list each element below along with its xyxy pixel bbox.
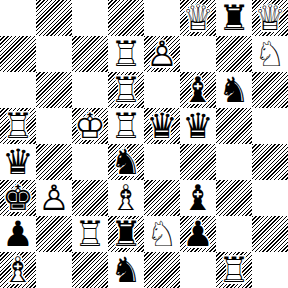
square-b1[interactable] (36, 252, 72, 288)
square-b3[interactable]: ♟♙ (36, 180, 72, 216)
black-queen-icon: ♛ (144, 108, 180, 144)
white-pawn-icon: ♙ (144, 36, 180, 72)
square-f3[interactable]: ♝♝ (180, 180, 216, 216)
square-e6[interactable] (144, 72, 180, 108)
square-f5[interactable]: ♛♛ (180, 108, 216, 144)
white-queen-icon: ♕ (252, 0, 288, 36)
white-rook-icon: ♖ (108, 36, 144, 72)
piece-black-knight: ♞♞ (108, 144, 144, 180)
square-c1[interactable] (72, 252, 108, 288)
square-g3[interactable] (216, 180, 252, 216)
piece-white-rook: ♜♖ (216, 252, 252, 288)
piece-black-bishop: ♝♝ (180, 180, 216, 216)
square-f6[interactable]: ♝♝ (180, 72, 216, 108)
piece-white-rook: ♜♖ (108, 36, 144, 72)
square-a3[interactable]: ♚♚ (0, 180, 36, 216)
square-h7[interactable]: ♞♘ (252, 36, 288, 72)
square-b4[interactable] (36, 144, 72, 180)
square-d7[interactable]: ♜♖ (108, 36, 144, 72)
piece-black-bishop: ♝♝ (180, 72, 216, 108)
white-pawn-icon: ♙ (36, 180, 72, 216)
piece-black-queen: ♛♛ (144, 108, 180, 144)
piece-black-queen: ♛♛ (0, 144, 36, 180)
black-bishop-icon: ♝ (180, 72, 216, 108)
square-g2[interactable] (216, 216, 252, 252)
square-a4[interactable]: ♛♛ (0, 144, 36, 180)
square-h3[interactable] (252, 180, 288, 216)
square-d1[interactable]: ♞♞ (108, 252, 144, 288)
square-c8[interactable] (72, 0, 108, 36)
square-b2[interactable] (36, 216, 72, 252)
square-c3[interactable] (72, 180, 108, 216)
piece-black-pawn: ♟♟ (0, 216, 36, 252)
square-c2[interactable]: ♜♖ (72, 216, 108, 252)
black-bishop-icon: ♝ (180, 180, 216, 216)
piece-black-king: ♚♚ (0, 180, 36, 216)
white-rook-icon: ♖ (72, 216, 108, 252)
white-queen-icon: ♕ (180, 0, 216, 36)
square-a8[interactable] (0, 0, 36, 36)
square-b5[interactable] (36, 108, 72, 144)
black-rook-icon: ♜ (216, 0, 252, 36)
square-f1[interactable] (180, 252, 216, 288)
square-g5[interactable] (216, 108, 252, 144)
square-h2[interactable] (252, 216, 288, 252)
square-d8[interactable] (108, 0, 144, 36)
square-c4[interactable] (72, 144, 108, 180)
piece-white-rook: ♜♖ (108, 72, 144, 108)
piece-black-rook: ♜♜ (108, 216, 144, 252)
square-e5[interactable]: ♛♛ (144, 108, 180, 144)
chess-board: ♛♕♜♜♛♕♜♖♟♙♞♘♜♖♝♝♞♞♜♖♚♔♜♖♛♛♛♛♛♛♞♞♚♚♟♙♝♗♝♝… (0, 0, 288, 288)
piece-white-pawn: ♟♙ (144, 36, 180, 72)
black-king-icon: ♚ (0, 180, 36, 216)
square-h8[interactable]: ♛♕ (252, 0, 288, 36)
square-d5[interactable]: ♜♖ (108, 108, 144, 144)
piece-black-queen: ♛♛ (180, 108, 216, 144)
piece-white-queen: ♛♕ (180, 0, 216, 36)
piece-black-knight: ♞♞ (216, 72, 252, 108)
square-g6[interactable]: ♞♞ (216, 72, 252, 108)
square-e7[interactable]: ♟♙ (144, 36, 180, 72)
square-d2[interactable]: ♜♜ (108, 216, 144, 252)
square-g4[interactable] (216, 144, 252, 180)
square-f2[interactable]: ♟♟ (180, 216, 216, 252)
piece-white-rook: ♜♖ (0, 108, 36, 144)
black-pawn-icon: ♟ (180, 216, 216, 252)
piece-white-queen: ♛♕ (252, 0, 288, 36)
black-knight-icon: ♞ (216, 72, 252, 108)
square-g8[interactable]: ♜♜ (216, 0, 252, 36)
piece-white-bishop: ♝♗ (108, 180, 144, 216)
black-knight-icon: ♞ (108, 252, 144, 288)
black-pawn-icon: ♟ (0, 216, 36, 252)
white-king-icon: ♔ (72, 108, 108, 144)
square-e1[interactable] (144, 252, 180, 288)
piece-black-knight: ♞♞ (108, 252, 144, 288)
square-d4[interactable]: ♞♞ (108, 144, 144, 180)
white-rook-icon: ♖ (108, 72, 144, 108)
square-h4[interactable] (252, 144, 288, 180)
piece-white-knight: ♞♘ (144, 216, 180, 252)
square-c7[interactable] (72, 36, 108, 72)
square-a2[interactable]: ♟♟ (0, 216, 36, 252)
square-d6[interactable]: ♜♖ (108, 72, 144, 108)
square-h5[interactable] (252, 108, 288, 144)
square-e3[interactable] (144, 180, 180, 216)
square-g1[interactable]: ♜♖ (216, 252, 252, 288)
square-a5[interactable]: ♜♖ (0, 108, 36, 144)
square-h6[interactable] (252, 72, 288, 108)
black-queen-icon: ♛ (0, 144, 36, 180)
white-knight-icon: ♘ (252, 36, 288, 72)
piece-white-bishop: ♝♗ (0, 252, 36, 288)
piece-black-pawn: ♟♟ (180, 216, 216, 252)
square-f4[interactable] (180, 144, 216, 180)
square-b6[interactable] (36, 72, 72, 108)
square-f8[interactable]: ♛♕ (180, 0, 216, 36)
square-h1[interactable] (252, 252, 288, 288)
piece-white-king: ♚♔ (72, 108, 108, 144)
piece-black-rook: ♜♜ (216, 0, 252, 36)
black-rook-icon: ♜ (108, 216, 144, 252)
black-queen-icon: ♛ (180, 108, 216, 144)
white-bishop-icon: ♗ (108, 180, 144, 216)
piece-white-rook: ♜♖ (72, 216, 108, 252)
square-c5[interactable]: ♚♔ (72, 108, 108, 144)
piece-white-knight: ♞♘ (252, 36, 288, 72)
black-knight-icon: ♞ (108, 144, 144, 180)
square-a6[interactable] (0, 72, 36, 108)
square-g7[interactable] (216, 36, 252, 72)
square-f7[interactable] (180, 36, 216, 72)
square-e2[interactable]: ♞♘ (144, 216, 180, 252)
square-b8[interactable] (36, 0, 72, 36)
white-rook-icon: ♖ (0, 108, 36, 144)
white-rook-icon: ♖ (216, 252, 252, 288)
square-b7[interactable] (36, 36, 72, 72)
square-c6[interactable] (72, 72, 108, 108)
square-a1[interactable]: ♝♗ (0, 252, 36, 288)
square-a7[interactable] (0, 36, 36, 72)
white-knight-icon: ♘ (144, 216, 180, 252)
square-d3[interactable]: ♝♗ (108, 180, 144, 216)
square-e4[interactable] (144, 144, 180, 180)
square-e8[interactable] (144, 0, 180, 36)
white-rook-icon: ♖ (108, 108, 144, 144)
piece-white-pawn: ♟♙ (36, 180, 72, 216)
white-bishop-icon: ♗ (0, 252, 36, 288)
piece-white-rook: ♜♖ (108, 108, 144, 144)
